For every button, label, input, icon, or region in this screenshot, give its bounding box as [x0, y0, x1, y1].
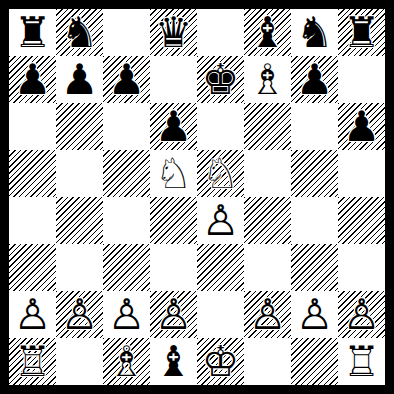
square-a6[interactable] — [9, 103, 56, 150]
square-f8[interactable]: ♝ — [244, 9, 291, 56]
square-d3[interactable] — [150, 244, 197, 291]
square-f7[interactable]: ♗ — [244, 56, 291, 103]
piece-white-pawn[interactable]: ♙ — [61, 294, 99, 336]
square-g5[interactable] — [291, 150, 338, 197]
square-a5[interactable] — [9, 150, 56, 197]
square-a8[interactable]: ♜ — [9, 9, 56, 56]
piece-white-king[interactable]: ♔ — [202, 341, 240, 383]
piece-white-rook[interactable]: ♖ — [14, 341, 52, 383]
piece-black-bishop[interactable]: ♝ — [155, 341, 193, 383]
square-h8[interactable]: ♜ — [338, 9, 385, 56]
piece-black-queen[interactable]: ♛ — [155, 12, 193, 54]
square-c3[interactable] — [103, 244, 150, 291]
square-g6[interactable] — [291, 103, 338, 150]
square-h3[interactable] — [338, 244, 385, 291]
square-h4[interactable] — [338, 197, 385, 244]
square-f3[interactable] — [244, 244, 291, 291]
chess-board[interactable]: ♜♞♛♝♞♜♟♟♟♚♗♟♟♟♘♘♙♙♙♙♙♙♙♙♖♗♝♔♖ — [9, 9, 385, 385]
piece-white-pawn[interactable]: ♙ — [296, 294, 334, 336]
square-g3[interactable] — [291, 244, 338, 291]
square-g2[interactable]: ♙ — [291, 291, 338, 338]
square-g8[interactable]: ♞ — [291, 9, 338, 56]
piece-white-pawn[interactable]: ♙ — [108, 294, 146, 336]
square-d8[interactable]: ♛ — [150, 9, 197, 56]
square-a1[interactable]: ♖ — [9, 338, 56, 385]
square-h1[interactable]: ♖ — [338, 338, 385, 385]
square-h6[interactable]: ♟ — [338, 103, 385, 150]
square-b7[interactable]: ♟ — [56, 56, 103, 103]
square-h5[interactable] — [338, 150, 385, 197]
square-g1[interactable] — [291, 338, 338, 385]
square-a4[interactable] — [9, 197, 56, 244]
square-d1[interactable]: ♝ — [150, 338, 197, 385]
piece-black-king[interactable]: ♚ — [202, 59, 240, 101]
square-e7[interactable]: ♚ — [197, 56, 244, 103]
square-a2[interactable]: ♙ — [9, 291, 56, 338]
square-c6[interactable] — [103, 103, 150, 150]
square-e2[interactable] — [197, 291, 244, 338]
piece-black-pawn[interactable]: ♟ — [108, 59, 146, 101]
square-b8[interactable]: ♞ — [56, 9, 103, 56]
square-f4[interactable] — [244, 197, 291, 244]
square-e1[interactable]: ♔ — [197, 338, 244, 385]
square-d6[interactable]: ♟ — [150, 103, 197, 150]
square-c7[interactable]: ♟ — [103, 56, 150, 103]
piece-white-pawn[interactable]: ♙ — [249, 294, 287, 336]
square-f2[interactable]: ♙ — [244, 291, 291, 338]
square-b2[interactable]: ♙ — [56, 291, 103, 338]
piece-white-knight[interactable]: ♘ — [202, 153, 240, 195]
square-c4[interactable] — [103, 197, 150, 244]
piece-black-rook[interactable]: ♜ — [14, 12, 52, 54]
square-d5[interactable]: ♘ — [150, 150, 197, 197]
piece-white-rook[interactable]: ♖ — [343, 341, 381, 383]
square-b5[interactable] — [56, 150, 103, 197]
piece-black-pawn[interactable]: ♟ — [61, 59, 99, 101]
piece-white-pawn[interactable]: ♙ — [343, 294, 381, 336]
square-b1[interactable] — [56, 338, 103, 385]
square-e8[interactable] — [197, 9, 244, 56]
square-f1[interactable] — [244, 338, 291, 385]
chess-board-frame: ♜♞♛♝♞♜♟♟♟♚♗♟♟♟♘♘♙♙♙♙♙♙♙♙♖♗♝♔♖ — [0, 0, 394, 394]
piece-black-bishop[interactable]: ♝ — [249, 12, 287, 54]
square-b6[interactable] — [56, 103, 103, 150]
square-e5[interactable]: ♘ — [197, 150, 244, 197]
piece-black-pawn[interactable]: ♟ — [343, 106, 381, 148]
piece-black-knight[interactable]: ♞ — [61, 12, 99, 54]
piece-white-bishop[interactable]: ♗ — [108, 341, 146, 383]
piece-white-pawn[interactable]: ♙ — [14, 294, 52, 336]
square-h7[interactable] — [338, 56, 385, 103]
square-c1[interactable]: ♗ — [103, 338, 150, 385]
square-e3[interactable] — [197, 244, 244, 291]
square-g4[interactable] — [291, 197, 338, 244]
square-g7[interactable]: ♟ — [291, 56, 338, 103]
piece-black-pawn[interactable]: ♟ — [296, 59, 334, 101]
square-a3[interactable] — [9, 244, 56, 291]
square-e4[interactable]: ♙ — [197, 197, 244, 244]
piece-black-knight[interactable]: ♞ — [296, 12, 334, 54]
square-h2[interactable]: ♙ — [338, 291, 385, 338]
piece-black-rook[interactable]: ♜ — [343, 12, 381, 54]
square-f5[interactable] — [244, 150, 291, 197]
square-a7[interactable]: ♟ — [9, 56, 56, 103]
piece-black-pawn[interactable]: ♟ — [155, 106, 193, 148]
piece-white-knight[interactable]: ♘ — [155, 153, 193, 195]
square-d4[interactable] — [150, 197, 197, 244]
square-e6[interactable] — [197, 103, 244, 150]
square-d7[interactable] — [150, 56, 197, 103]
piece-white-pawn[interactable]: ♙ — [202, 200, 240, 242]
square-f6[interactable] — [244, 103, 291, 150]
square-c2[interactable]: ♙ — [103, 291, 150, 338]
piece-black-pawn[interactable]: ♟ — [14, 59, 52, 101]
square-c8[interactable] — [103, 9, 150, 56]
square-b3[interactable] — [56, 244, 103, 291]
square-c5[interactable] — [103, 150, 150, 197]
square-b4[interactable] — [56, 197, 103, 244]
piece-white-bishop[interactable]: ♗ — [249, 59, 287, 101]
piece-white-pawn[interactable]: ♙ — [155, 294, 193, 336]
square-d2[interactable]: ♙ — [150, 291, 197, 338]
